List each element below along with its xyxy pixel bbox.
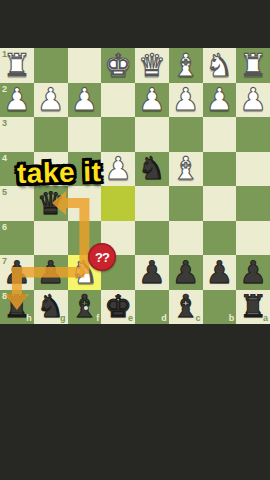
rank-label-8: 8 bbox=[2, 292, 7, 301]
square-b6[interactable] bbox=[203, 221, 237, 256]
piece-wP-h2[interactable]: ♟ bbox=[3, 84, 31, 115]
piece-bP-a7[interactable]: ♟ bbox=[239, 257, 267, 288]
square-c7[interactable]: ♟ bbox=[169, 255, 203, 290]
rank-label-2: 2 bbox=[2, 85, 7, 94]
square-a5[interactable] bbox=[236, 186, 270, 221]
file-label-g: g bbox=[60, 314, 66, 323]
square-b2[interactable]: ♟ bbox=[203, 83, 237, 118]
piece-wP-g2[interactable]: ♟ bbox=[37, 84, 65, 115]
square-c1[interactable]: ♝ bbox=[169, 48, 203, 83]
square-g2[interactable]: ♟ bbox=[34, 83, 68, 118]
sparkle-dot bbox=[84, 306, 88, 310]
square-d3[interactable] bbox=[135, 117, 169, 152]
file-label-h: h bbox=[26, 314, 32, 323]
square-e3[interactable] bbox=[101, 117, 135, 152]
square-e5[interactable] bbox=[101, 186, 135, 221]
square-h6[interactable]: 6 bbox=[0, 221, 34, 256]
square-h2[interactable]: 2♟ bbox=[0, 83, 34, 118]
square-c2[interactable]: ♟ bbox=[169, 83, 203, 118]
square-c6[interactable] bbox=[169, 221, 203, 256]
piece-bP-d7[interactable]: ♟ bbox=[138, 257, 166, 288]
square-a4[interactable] bbox=[236, 152, 270, 187]
square-a3[interactable] bbox=[236, 117, 270, 152]
rank-label-5: 5 bbox=[2, 188, 7, 197]
piece-wP-b2[interactable]: ♟ bbox=[205, 84, 233, 115]
square-b5[interactable] bbox=[203, 186, 237, 221]
file-label-f: f bbox=[96, 314, 99, 323]
square-d2[interactable]: ♟ bbox=[135, 83, 169, 118]
square-f1[interactable] bbox=[68, 48, 102, 83]
square-b4[interactable] bbox=[203, 152, 237, 187]
piece-bP-h7[interactable]: ♟ bbox=[3, 257, 31, 288]
piece-wP-d2[interactable]: ♟ bbox=[138, 84, 166, 115]
rank-label-1: 1 bbox=[2, 50, 7, 59]
square-a1[interactable]: ♜ bbox=[236, 48, 270, 83]
square-a8[interactable]: a♜ bbox=[236, 290, 270, 325]
square-a2[interactable]: ♟ bbox=[236, 83, 270, 118]
file-label-a: a bbox=[263, 314, 268, 323]
square-d4[interactable]: ♞ bbox=[135, 152, 169, 187]
square-e1[interactable]: ♚ bbox=[101, 48, 135, 83]
rank-label-6: 6 bbox=[2, 223, 7, 232]
piece-wR-a1[interactable]: ♜ bbox=[239, 50, 267, 81]
video-caption: take it bbox=[17, 156, 102, 190]
square-c3[interactable] bbox=[169, 117, 203, 152]
square-h8[interactable]: 8h♜ bbox=[0, 290, 34, 325]
square-a6[interactable] bbox=[236, 221, 270, 256]
video-frame: 1♜♚♛♝♞♜2♟♟♟♟♟♟♟34♟♞♝5♛67♟♟♞♟♟♟♟8h♜g♞f♝e♚… bbox=[0, 0, 270, 480]
square-g6[interactable] bbox=[34, 221, 68, 256]
square-h1[interactable]: 1♜ bbox=[0, 48, 34, 83]
square-e4[interactable]: ♟ bbox=[101, 152, 135, 187]
piece-bQ-g5[interactable]: ♛ bbox=[37, 188, 65, 219]
piece-wB-c4[interactable]: ♝ bbox=[172, 153, 200, 184]
rank-label-3: 3 bbox=[2, 119, 7, 128]
piece-wQ-d1[interactable]: ♛ bbox=[138, 50, 166, 81]
top-letterbox-bar bbox=[0, 0, 270, 48]
file-label-b: b bbox=[229, 314, 235, 323]
piece-wR-h1[interactable]: ♜ bbox=[3, 50, 31, 81]
piece-wP-e4[interactable]: ♟ bbox=[104, 153, 132, 184]
piece-wP-f2[interactable]: ♟ bbox=[70, 84, 98, 115]
square-h3[interactable]: 3 bbox=[0, 117, 34, 152]
square-d6[interactable] bbox=[135, 221, 169, 256]
piece-bP-b7[interactable]: ♟ bbox=[205, 257, 233, 288]
square-h5[interactable]: 5 bbox=[0, 186, 34, 221]
file-label-d: d bbox=[161, 314, 167, 323]
square-e8[interactable]: e♚ bbox=[101, 290, 135, 325]
piece-wB-c1[interactable]: ♝ bbox=[172, 50, 200, 81]
square-c8[interactable]: c♝ bbox=[169, 290, 203, 325]
square-g5[interactable]: ♛ bbox=[34, 186, 68, 221]
piece-wP-a2[interactable]: ♟ bbox=[239, 84, 267, 115]
square-b7[interactable]: ♟ bbox=[203, 255, 237, 290]
piece-bP-g7[interactable]: ♟ bbox=[37, 257, 65, 288]
square-f3[interactable] bbox=[68, 117, 102, 152]
square-d8[interactable]: d bbox=[135, 290, 169, 325]
square-g8[interactable]: g♞ bbox=[34, 290, 68, 325]
square-c4[interactable]: ♝ bbox=[169, 152, 203, 187]
blunder-badge: ?? bbox=[88, 243, 116, 271]
square-e2[interactable] bbox=[101, 83, 135, 118]
bottom-letterbox-bar bbox=[0, 324, 270, 480]
square-b1[interactable]: ♞ bbox=[203, 48, 237, 83]
square-g1[interactable] bbox=[34, 48, 68, 83]
square-d5[interactable] bbox=[135, 186, 169, 221]
square-c5[interactable] bbox=[169, 186, 203, 221]
square-b3[interactable] bbox=[203, 117, 237, 152]
square-f2[interactable]: ♟ bbox=[68, 83, 102, 118]
piece-wK-e1[interactable]: ♚ bbox=[104, 50, 132, 81]
square-g3[interactable] bbox=[34, 117, 68, 152]
square-h7[interactable]: 7♟ bbox=[0, 255, 34, 290]
rank-label-4: 4 bbox=[2, 154, 7, 163]
piece-wP-c2[interactable]: ♟ bbox=[172, 84, 200, 115]
piece-wN-b1[interactable]: ♞ bbox=[205, 50, 233, 81]
square-b8[interactable]: b bbox=[203, 290, 237, 325]
square-d7[interactable]: ♟ bbox=[135, 255, 169, 290]
rank-label-7: 7 bbox=[2, 257, 7, 266]
square-f5[interactable] bbox=[68, 186, 102, 221]
square-d1[interactable]: ♛ bbox=[135, 48, 169, 83]
piece-bN-d4[interactable]: ♞ bbox=[138, 153, 166, 184]
square-g7[interactable]: ♟ bbox=[34, 255, 68, 290]
square-a7[interactable]: ♟ bbox=[236, 255, 270, 290]
file-label-c: c bbox=[195, 314, 200, 323]
piece-bP-c7[interactable]: ♟ bbox=[172, 257, 200, 288]
file-label-e: e bbox=[128, 314, 133, 323]
